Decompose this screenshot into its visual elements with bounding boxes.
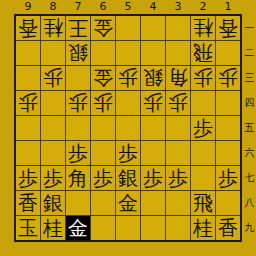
square-9九[interactable]: 玉 bbox=[16, 216, 40, 240]
square-9六[interactable] bbox=[16, 141, 40, 165]
sente-piece-歩: 歩 bbox=[168, 168, 188, 188]
square-1二[interactable] bbox=[216, 41, 240, 65]
file-label-7: 7 bbox=[66, 0, 90, 13]
rank-label-5: 五 bbox=[243, 116, 256, 140]
gote-piece-歩: 歩 bbox=[68, 93, 88, 113]
file-label-5: 5 bbox=[116, 0, 140, 13]
sente-piece-歩: 歩 bbox=[143, 168, 163, 188]
file-labels: 987654321 bbox=[16, 0, 240, 13]
square-4二[interactable] bbox=[141, 41, 165, 65]
square-9一[interactable]: 香 bbox=[16, 16, 40, 40]
square-9五[interactable] bbox=[16, 116, 40, 140]
gote-piece-桂: 桂 bbox=[193, 18, 213, 38]
square-8四[interactable] bbox=[41, 91, 65, 115]
square-8五[interactable] bbox=[41, 116, 65, 140]
square-7三[interactable] bbox=[66, 66, 90, 90]
square-1四[interactable] bbox=[216, 91, 240, 115]
rank-label-7: 七 bbox=[243, 166, 256, 190]
square-3八[interactable] bbox=[166, 191, 190, 215]
gote-piece-歩: 歩 bbox=[118, 68, 138, 88]
rank-label-8: 八 bbox=[243, 191, 256, 215]
square-6二[interactable] bbox=[91, 41, 115, 65]
square-5一[interactable] bbox=[116, 16, 140, 40]
square-2七[interactable] bbox=[191, 166, 215, 190]
square-1三[interactable]: 歩 bbox=[216, 66, 240, 90]
square-9八[interactable]: 香 bbox=[16, 191, 40, 215]
gote-piece-歩: 歩 bbox=[193, 68, 213, 88]
gote-piece-歩: 歩 bbox=[143, 93, 163, 113]
square-7五[interactable] bbox=[66, 116, 90, 140]
square-7七[interactable]: 角 bbox=[66, 166, 90, 190]
file-label-2: 2 bbox=[191, 0, 215, 13]
file-label-8: 8 bbox=[41, 0, 65, 13]
sente-piece-歩: 歩 bbox=[193, 118, 213, 138]
square-5四[interactable] bbox=[116, 91, 140, 115]
square-5二[interactable] bbox=[116, 41, 140, 65]
rank-label-6: 六 bbox=[243, 141, 256, 165]
gote-piece-歩: 歩 bbox=[218, 68, 238, 88]
square-4六[interactable] bbox=[141, 141, 165, 165]
square-6一[interactable]: 金 bbox=[91, 16, 115, 40]
square-4一[interactable] bbox=[141, 16, 165, 40]
sente-piece-銀: 銀 bbox=[118, 168, 138, 188]
shogi-board: 香桂王金桂香銀飛歩金歩銀角歩歩歩歩歩歩歩歩歩歩歩歩角歩銀歩歩歩香銀金飛玉桂金桂香 bbox=[14, 14, 242, 242]
file-label-3: 3 bbox=[166, 0, 190, 13]
gote-piece-香: 香 bbox=[218, 18, 238, 38]
square-3五[interactable] bbox=[166, 116, 190, 140]
sente-piece-香: 香 bbox=[218, 218, 238, 238]
square-6九[interactable] bbox=[91, 216, 115, 240]
square-8七[interactable]: 歩 bbox=[41, 166, 65, 190]
square-4五[interactable] bbox=[141, 116, 165, 140]
square-6七[interactable]: 歩 bbox=[91, 166, 115, 190]
rank-label-2: 二 bbox=[243, 41, 256, 65]
sente-piece-歩: 歩 bbox=[68, 143, 88, 163]
gote-piece-桂: 桂 bbox=[43, 18, 63, 38]
square-6八[interactable] bbox=[91, 191, 115, 215]
sente-piece-歩: 歩 bbox=[218, 168, 238, 188]
square-2三[interactable]: 歩 bbox=[191, 66, 215, 90]
file-label-6: 6 bbox=[91, 0, 115, 13]
square-8二[interactable] bbox=[41, 41, 65, 65]
gote-piece-金: 金 bbox=[93, 68, 113, 88]
square-2二[interactable]: 飛 bbox=[191, 41, 215, 65]
square-5九[interactable] bbox=[116, 216, 140, 240]
gote-piece-飛: 飛 bbox=[193, 43, 213, 63]
square-7四[interactable]: 歩 bbox=[66, 91, 90, 115]
square-1八[interactable] bbox=[216, 191, 240, 215]
gote-piece-角: 角 bbox=[168, 68, 188, 88]
square-4八[interactable] bbox=[141, 191, 165, 215]
square-3二[interactable] bbox=[166, 41, 190, 65]
square-7八[interactable] bbox=[66, 191, 90, 215]
square-6六[interactable] bbox=[91, 141, 115, 165]
square-3九[interactable] bbox=[166, 216, 190, 240]
square-1九[interactable]: 香 bbox=[216, 216, 240, 240]
gote-piece-銀: 銀 bbox=[143, 68, 163, 88]
sente-piece-歩: 歩 bbox=[93, 168, 113, 188]
gote-piece-金: 金 bbox=[93, 18, 113, 38]
square-9四[interactable]: 歩 bbox=[16, 91, 40, 115]
square-1一[interactable]: 香 bbox=[216, 16, 240, 40]
square-6五[interactable] bbox=[91, 116, 115, 140]
square-5三[interactable]: 歩 bbox=[116, 66, 140, 90]
square-3六[interactable] bbox=[166, 141, 190, 165]
square-3三[interactable]: 角 bbox=[166, 66, 190, 90]
file-label-9: 9 bbox=[16, 0, 40, 13]
rank-label-4: 四 bbox=[243, 91, 256, 115]
square-5八[interactable]: 金 bbox=[116, 191, 140, 215]
square-1五[interactable] bbox=[216, 116, 240, 140]
sente-piece-歩: 歩 bbox=[18, 168, 38, 188]
sente-piece-銀: 銀 bbox=[43, 193, 63, 213]
square-4七[interactable]: 歩 bbox=[141, 166, 165, 190]
square-5七[interactable]: 銀 bbox=[116, 166, 140, 190]
gote-piece-歩: 歩 bbox=[93, 93, 113, 113]
square-3四[interactable]: 歩 bbox=[166, 91, 190, 115]
square-5五[interactable] bbox=[116, 116, 140, 140]
rank-label-1: 一 bbox=[243, 16, 256, 40]
file-label-4: 4 bbox=[141, 0, 165, 13]
square-4九[interactable] bbox=[141, 216, 165, 240]
square-8八[interactable]: 銀 bbox=[41, 191, 65, 215]
square-7二[interactable]: 銀 bbox=[66, 41, 90, 65]
square-8三[interactable]: 歩 bbox=[41, 66, 65, 90]
square-9三[interactable] bbox=[16, 66, 40, 90]
square-2五[interactable]: 歩 bbox=[191, 116, 215, 140]
square-3一[interactable] bbox=[166, 16, 190, 40]
sente-piece-桂: 桂 bbox=[43, 218, 63, 238]
square-2一[interactable]: 桂 bbox=[191, 16, 215, 40]
gote-piece-歩: 歩 bbox=[168, 93, 188, 113]
square-9七[interactable]: 歩 bbox=[16, 166, 40, 190]
sente-piece-飛: 飛 bbox=[193, 193, 213, 213]
square-4三[interactable]: 銀 bbox=[141, 66, 165, 90]
square-5六[interactable]: 歩 bbox=[116, 141, 140, 165]
square-3七[interactable]: 歩 bbox=[166, 166, 190, 190]
rank-label-9: 九 bbox=[243, 216, 256, 240]
square-2四[interactable] bbox=[191, 91, 215, 115]
gote-piece-歩: 歩 bbox=[18, 93, 38, 113]
sente-piece-金: 金 bbox=[68, 218, 88, 238]
sente-piece-金: 金 bbox=[118, 193, 138, 213]
square-7六[interactable]: 歩 bbox=[66, 141, 90, 165]
square-9二[interactable] bbox=[16, 41, 40, 65]
sente-piece-歩: 歩 bbox=[118, 143, 138, 163]
sente-piece-歩: 歩 bbox=[43, 168, 63, 188]
gote-piece-銀: 銀 bbox=[68, 43, 88, 63]
square-2八[interactable]: 飛 bbox=[191, 191, 215, 215]
square-6三[interactable]: 金 bbox=[91, 66, 115, 90]
rank-label-3: 三 bbox=[243, 66, 256, 90]
gote-piece-香: 香 bbox=[18, 18, 38, 38]
square-1七[interactable]: 歩 bbox=[216, 166, 240, 190]
square-1六[interactable] bbox=[216, 141, 240, 165]
square-2六[interactable] bbox=[191, 141, 215, 165]
sente-piece-香: 香 bbox=[18, 193, 38, 213]
square-7一[interactable]: 王 bbox=[66, 16, 90, 40]
square-8九[interactable]: 桂 bbox=[41, 216, 65, 240]
rank-labels: 一二三四五六七八九 bbox=[243, 16, 256, 240]
file-label-1: 1 bbox=[216, 0, 240, 13]
square-2九[interactable]: 桂 bbox=[191, 216, 215, 240]
sente-piece-玉: 玉 bbox=[18, 218, 38, 238]
gote-piece-歩: 歩 bbox=[43, 68, 63, 88]
gote-piece-王: 王 bbox=[68, 18, 88, 38]
sente-piece-角: 角 bbox=[68, 168, 88, 188]
square-4四[interactable]: 歩 bbox=[141, 91, 165, 115]
square-7九[interactable]: 金 bbox=[66, 216, 90, 240]
square-6四[interactable]: 歩 bbox=[91, 91, 115, 115]
square-8一[interactable]: 桂 bbox=[41, 16, 65, 40]
square-8六[interactable] bbox=[41, 141, 65, 165]
sente-piece-桂: 桂 bbox=[193, 218, 213, 238]
